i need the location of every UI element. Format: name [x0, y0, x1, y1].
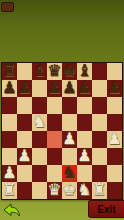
- piece-black-bishop[interactable]: ♝: [32, 61, 47, 80]
- square-c8[interactable]: ♝: [32, 63, 47, 80]
- square-e6[interactable]: [62, 97, 77, 114]
- square-h7[interactable]: ♟: [107, 80, 122, 97]
- square-f7[interactable]: ♟: [77, 80, 92, 97]
- square-b7[interactable]: ♟: [17, 80, 32, 97]
- square-f8[interactable]: ♝: [77, 63, 92, 80]
- square-e8[interactable]: ♚: [62, 63, 77, 80]
- bottom-toolbar: Exit: [0, 198, 124, 220]
- square-f2[interactable]: [77, 165, 92, 182]
- square-c2[interactable]: [32, 165, 47, 182]
- square-g8[interactable]: [92, 63, 107, 80]
- piece-black-pawn[interactable]: ♟: [77, 78, 92, 97]
- square-a4[interactable]: [2, 131, 17, 148]
- square-d2[interactable]: [47, 165, 62, 182]
- piece-white-knight[interactable]: ♞: [77, 180, 92, 199]
- piece-black-rook[interactable]: ♜: [2, 61, 17, 80]
- piece-black-queen[interactable]: ♛: [47, 61, 62, 80]
- square-a2[interactable]: ♟: [2, 165, 17, 182]
- square-a3[interactable]: [2, 148, 17, 165]
- square-h8[interactable]: [107, 63, 122, 80]
- piece-white-pawn[interactable]: ♟: [107, 129, 122, 148]
- piece-black-pawn[interactable]: ♟: [17, 78, 32, 97]
- square-e1[interactable]: ♚: [62, 182, 77, 199]
- square-b5[interactable]: [17, 114, 32, 131]
- piece-white-rook[interactable]: ♜: [92, 180, 107, 199]
- square-b1[interactable]: [17, 182, 32, 199]
- square-b6[interactable]: [17, 97, 32, 114]
- piece-white-knight[interactable]: ♞: [32, 112, 47, 131]
- chess-board: ♜♝♛♚♝♟♟♟♟♟♟♞♟♟♟♟♟♞♜♛♚♞♜: [1, 62, 123, 200]
- piece-white-pawn[interactable]: ♟: [77, 146, 92, 165]
- square-h2[interactable]: [107, 165, 122, 182]
- square-e3[interactable]: [62, 148, 77, 165]
- chess-app-screen: ♜♝♛♚♝♟♟♟♟♟♟♞♟♟♟♟♟♞♜♛♚♞♜ Exit: [0, 0, 124, 220]
- square-h3[interactable]: [107, 148, 122, 165]
- square-b2[interactable]: [17, 165, 32, 182]
- square-d3[interactable]: [47, 148, 62, 165]
- piece-white-pawn[interactable]: ♟: [17, 146, 32, 165]
- piece-black-pawn[interactable]: ♟: [107, 78, 122, 97]
- square-a1[interactable]: ♜: [2, 182, 17, 199]
- square-a6[interactable]: [2, 97, 17, 114]
- piece-white-rook[interactable]: ♜: [2, 180, 17, 199]
- square-h6[interactable]: [107, 97, 122, 114]
- square-h5[interactable]: [107, 114, 122, 131]
- square-d1[interactable]: ♛: [47, 182, 62, 199]
- square-e2[interactable]: ♞: [62, 165, 77, 182]
- piece-black-pawn[interactable]: ♟: [47, 78, 62, 97]
- square-a5[interactable]: [2, 114, 17, 131]
- square-c1[interactable]: [32, 182, 47, 199]
- square-d7[interactable]: ♟: [47, 80, 62, 97]
- piece-black-king[interactable]: ♚: [62, 61, 77, 80]
- square-e4[interactable]: ♟: [62, 131, 77, 148]
- square-f1[interactable]: ♞: [77, 182, 92, 199]
- exit-button[interactable]: Exit: [88, 200, 124, 218]
- square-d4[interactable]: [47, 131, 62, 148]
- square-g2[interactable]: [92, 165, 107, 182]
- square-b8[interactable]: [17, 63, 32, 80]
- top-left-icon: [1, 2, 14, 12]
- square-d6[interactable]: [47, 97, 62, 114]
- piece-white-king[interactable]: ♚: [62, 180, 77, 199]
- square-d8[interactable]: ♛: [47, 63, 62, 80]
- piece-white-pawn[interactable]: ♟: [2, 163, 17, 182]
- undo-arrow-icon[interactable]: [2, 202, 22, 218]
- square-c7[interactable]: [32, 80, 47, 97]
- square-g1[interactable]: ♜: [92, 182, 107, 199]
- square-a8[interactable]: ♜: [2, 63, 17, 80]
- square-c6[interactable]: [32, 97, 47, 114]
- square-g3[interactable]: [92, 148, 107, 165]
- square-e7[interactable]: ♟: [62, 80, 77, 97]
- square-c5[interactable]: ♞: [32, 114, 47, 131]
- square-a7[interactable]: ♟: [2, 80, 17, 97]
- square-g6[interactable]: [92, 97, 107, 114]
- square-g5[interactable]: [92, 114, 107, 131]
- square-c4[interactable]: [32, 131, 47, 148]
- square-f6[interactable]: [77, 97, 92, 114]
- piece-black-bishop[interactable]: ♝: [77, 61, 92, 80]
- square-g4[interactable]: [92, 131, 107, 148]
- square-g7[interactable]: [92, 80, 107, 97]
- square-c3[interactable]: [32, 148, 47, 165]
- square-d5[interactable]: [47, 114, 62, 131]
- square-b4[interactable]: [17, 131, 32, 148]
- square-h1[interactable]: [107, 182, 122, 199]
- piece-black-pawn[interactable]: ♟: [62, 78, 77, 97]
- piece-white-queen[interactable]: ♛: [47, 180, 62, 199]
- piece-white-pawn[interactable]: ♟: [62, 129, 77, 148]
- square-f3[interactable]: ♟: [77, 148, 92, 165]
- square-e5[interactable]: [62, 114, 77, 131]
- square-b3[interactable]: ♟: [17, 148, 32, 165]
- exit-button-label: Exit: [97, 204, 115, 215]
- square-f5[interactable]: [77, 114, 92, 131]
- square-f4[interactable]: [77, 131, 92, 148]
- piece-black-knight[interactable]: ♞: [62, 163, 77, 182]
- square-h4[interactable]: ♟: [107, 131, 122, 148]
- piece-black-pawn[interactable]: ♟: [2, 78, 17, 97]
